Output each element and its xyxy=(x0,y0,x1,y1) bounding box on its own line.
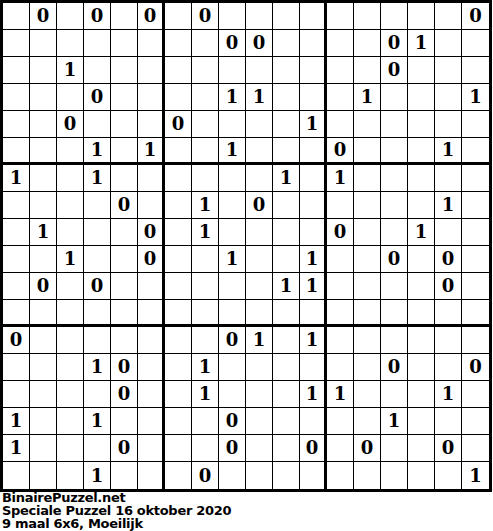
cell-r13c10-given: 1 xyxy=(246,327,273,354)
cell-r16c7-empty[interactable] xyxy=(165,408,192,435)
cell-r17c7-empty[interactable] xyxy=(165,435,192,462)
cell-r10c2-empty[interactable] xyxy=(30,246,57,273)
cell-r1c17-empty[interactable] xyxy=(435,3,462,30)
cell-r17c17-given: 0 xyxy=(435,435,462,462)
cell-r5c14-empty[interactable] xyxy=(354,111,381,138)
cell-r15c9-empty[interactable] xyxy=(219,381,246,408)
cell-r15c5-given: 0 xyxy=(111,381,138,408)
cell-r7c12-empty[interactable] xyxy=(300,165,327,192)
cell-r11c15-empty[interactable] xyxy=(381,273,408,300)
cell-r2c12-empty[interactable] xyxy=(300,30,327,57)
cell-r5c11-empty[interactable] xyxy=(273,111,300,138)
cell-r6c13-given: 0 xyxy=(327,138,354,165)
cell-r14c6-empty[interactable] xyxy=(138,354,165,381)
cell-r18c3-empty[interactable] xyxy=(57,462,84,489)
cell-r13c3-empty[interactable] xyxy=(57,327,84,354)
cell-r17c13-empty[interactable] xyxy=(327,435,354,462)
cell-r10c11-empty[interactable] xyxy=(273,246,300,273)
cell-r10c4-empty[interactable] xyxy=(84,246,111,273)
cell-r10c12-given: 1 xyxy=(300,246,327,273)
cell-r10c9-given: 1 xyxy=(219,246,246,273)
cell-r11c12-given: 1 xyxy=(300,273,327,300)
cell-r16c2-empty[interactable] xyxy=(30,408,57,435)
cell-r7c17-empty[interactable] xyxy=(435,165,462,192)
cell-r8c10-given: 0 xyxy=(246,192,273,219)
cell-r11c6-empty[interactable] xyxy=(138,273,165,300)
cell-r2c9-given: 0 xyxy=(219,30,246,57)
cell-r12c10-empty[interactable] xyxy=(246,300,273,327)
cell-r14c1-empty[interactable] xyxy=(3,354,30,381)
cell-r5c13-empty[interactable] xyxy=(327,111,354,138)
cell-r5c15-empty[interactable] xyxy=(381,111,408,138)
cell-r12c18-empty[interactable] xyxy=(462,300,489,327)
cell-r16c18-empty[interactable] xyxy=(462,408,489,435)
cell-r11c18-empty[interactable] xyxy=(462,273,489,300)
cell-r6c1-empty[interactable] xyxy=(3,138,30,165)
cell-r9c11-empty[interactable] xyxy=(273,219,300,246)
cell-r3c14-empty[interactable] xyxy=(354,57,381,84)
cell-r1c1-empty[interactable] xyxy=(3,3,30,30)
cell-r15c13-given: 1 xyxy=(327,381,354,408)
cell-r7c2-empty[interactable] xyxy=(30,165,57,192)
cell-r13c18-empty[interactable] xyxy=(462,327,489,354)
cell-r15c2-empty[interactable] xyxy=(30,381,57,408)
cell-r14c4-given: 1 xyxy=(84,354,111,381)
cell-r12c13-empty[interactable] xyxy=(327,300,354,327)
cell-r6c14-empty[interactable] xyxy=(354,138,381,165)
cell-r8c9-empty[interactable] xyxy=(219,192,246,219)
cell-r1c15-empty[interactable] xyxy=(381,3,408,30)
binary-puzzle-board: 0000000011001111001111011111010110101101… xyxy=(0,0,492,492)
cell-r4c5-empty[interactable] xyxy=(111,84,138,111)
cell-r3c1-empty[interactable] xyxy=(3,57,30,84)
cell-r8c3-empty[interactable] xyxy=(57,192,84,219)
cell-r14c14-empty[interactable] xyxy=(354,354,381,381)
cell-r11c3-empty[interactable] xyxy=(57,273,84,300)
cell-r9c18-empty[interactable] xyxy=(462,219,489,246)
cell-r3c4-empty[interactable] xyxy=(84,57,111,84)
cell-r7c1-given: 1 xyxy=(3,165,30,192)
cell-r11c5-empty[interactable] xyxy=(111,273,138,300)
cell-r5c4-empty[interactable] xyxy=(84,111,111,138)
cell-r16c3-empty[interactable] xyxy=(57,408,84,435)
cell-r11c8-empty[interactable] xyxy=(192,273,219,300)
cell-r16c17-empty[interactable] xyxy=(435,408,462,435)
cell-r5c6-empty[interactable] xyxy=(138,111,165,138)
cell-r15c16-empty[interactable] xyxy=(408,381,435,408)
cell-r14c3-empty[interactable] xyxy=(57,354,84,381)
cell-r7c8-empty[interactable] xyxy=(192,165,219,192)
cell-r18c11-empty[interactable] xyxy=(273,462,300,489)
cell-r8c11-empty[interactable] xyxy=(273,192,300,219)
cell-r4c11-empty[interactable] xyxy=(273,84,300,111)
cell-r12c14-empty[interactable] xyxy=(354,300,381,327)
cell-r15c3-empty[interactable] xyxy=(57,381,84,408)
cell-r18c14-empty[interactable] xyxy=(354,462,381,489)
cell-r5c5-empty[interactable] xyxy=(111,111,138,138)
cell-r5c17-empty[interactable] xyxy=(435,111,462,138)
cell-r18c13-empty[interactable] xyxy=(327,462,354,489)
cell-r11c16-empty[interactable] xyxy=(408,273,435,300)
cell-r1c12-empty[interactable] xyxy=(300,3,327,30)
cell-r16c5-empty[interactable] xyxy=(111,408,138,435)
cell-r1c13-empty[interactable] xyxy=(327,3,354,30)
cell-r14c17-empty[interactable] xyxy=(435,354,462,381)
cell-r6c17-given: 1 xyxy=(435,138,462,165)
cell-r2c14-empty[interactable] xyxy=(354,30,381,57)
cell-r7c15-empty[interactable] xyxy=(381,165,408,192)
cell-r10c7-empty[interactable] xyxy=(165,246,192,273)
cell-r18c8-given: 0 xyxy=(192,462,219,489)
cell-r18c10-empty[interactable] xyxy=(246,462,273,489)
cell-r3c16-empty[interactable] xyxy=(408,57,435,84)
cell-r11c1-empty[interactable] xyxy=(3,273,30,300)
cell-r15c1-empty[interactable] xyxy=(3,381,30,408)
cell-r9c15-empty[interactable] xyxy=(381,219,408,246)
cell-r17c6-empty[interactable] xyxy=(138,435,165,462)
cell-r15c11-empty[interactable] xyxy=(273,381,300,408)
cell-r7c14-empty[interactable] xyxy=(354,165,381,192)
cell-r3c18-empty[interactable] xyxy=(462,57,489,84)
cell-r14c15-given: 0 xyxy=(381,354,408,381)
cell-r12c15-empty[interactable] xyxy=(381,300,408,327)
cell-r8c4-empty[interactable] xyxy=(84,192,111,219)
cell-r3c6-empty[interactable] xyxy=(138,57,165,84)
cell-r14c12-empty[interactable] xyxy=(300,354,327,381)
cell-r13c17-empty[interactable] xyxy=(435,327,462,354)
cell-r2c7-empty[interactable] xyxy=(165,30,192,57)
cell-r10c18-empty[interactable] xyxy=(462,246,489,273)
cell-r18c6-empty[interactable] xyxy=(138,462,165,489)
cell-r12c9-empty[interactable] xyxy=(219,300,246,327)
cell-r12c5-empty[interactable] xyxy=(111,300,138,327)
cell-r9c6-given: 0 xyxy=(138,219,165,246)
footer: BinairePuzzel.net Speciale Puzzel 16 okt… xyxy=(2,491,491,530)
cell-r16c11-empty[interactable] xyxy=(273,408,300,435)
cell-r14c13-empty[interactable] xyxy=(327,354,354,381)
cell-r7c10-empty[interactable] xyxy=(246,165,273,192)
cell-r3c8-empty[interactable] xyxy=(192,57,219,84)
cell-r17c18-empty[interactable] xyxy=(462,435,489,462)
cell-r8c13-empty[interactable] xyxy=(327,192,354,219)
cell-r7c5-empty[interactable] xyxy=(111,165,138,192)
cell-r18c18-given: 1 xyxy=(462,462,489,489)
cell-r5c18-empty[interactable] xyxy=(462,111,489,138)
cell-r4c7-empty[interactable] xyxy=(165,84,192,111)
cell-r8c18-empty[interactable] xyxy=(462,192,489,219)
cell-r16c6-empty[interactable] xyxy=(138,408,165,435)
cell-r12c3-empty[interactable] xyxy=(57,300,84,327)
cell-r13c13-empty[interactable] xyxy=(327,327,354,354)
cell-r4c16-empty[interactable] xyxy=(408,84,435,111)
cell-r18c5-empty[interactable] xyxy=(111,462,138,489)
cell-r9c4-empty[interactable] xyxy=(84,219,111,246)
cell-r13c5-empty[interactable] xyxy=(111,327,138,354)
cell-r10c14-empty[interactable] xyxy=(354,246,381,273)
cell-r14c18-given: 0 xyxy=(462,354,489,381)
cell-r13c15-empty[interactable] xyxy=(381,327,408,354)
cell-r2c11-empty[interactable] xyxy=(273,30,300,57)
cell-r8c12-empty[interactable] xyxy=(300,192,327,219)
cell-r16c8-empty[interactable] xyxy=(192,408,219,435)
cell-r18c9-empty[interactable] xyxy=(219,462,246,489)
cell-r2c4-empty[interactable] xyxy=(84,30,111,57)
cell-r9c10-empty[interactable] xyxy=(246,219,273,246)
cell-r9c12-empty[interactable] xyxy=(300,219,327,246)
cell-r12c11-empty[interactable] xyxy=(273,300,300,327)
cell-r9c13-given: 0 xyxy=(327,219,354,246)
cell-r6c2-empty[interactable] xyxy=(30,138,57,165)
cell-r17c16-empty[interactable] xyxy=(408,435,435,462)
cell-r16c10-empty[interactable] xyxy=(246,408,273,435)
cell-r15c10-empty[interactable] xyxy=(246,381,273,408)
cell-r17c2-empty[interactable] xyxy=(30,435,57,462)
cell-r5c1-empty[interactable] xyxy=(3,111,30,138)
cell-r9c14-empty[interactable] xyxy=(354,219,381,246)
cell-r10c8-empty[interactable] xyxy=(192,246,219,273)
cell-r16c15-given: 1 xyxy=(381,408,408,435)
cell-r10c13-empty[interactable] xyxy=(327,246,354,273)
cell-r2c3-empty[interactable] xyxy=(57,30,84,57)
cell-r9c3-empty[interactable] xyxy=(57,219,84,246)
cell-r2c2-empty[interactable] xyxy=(30,30,57,57)
cell-r18c1-empty[interactable] xyxy=(3,462,30,489)
cell-r2c5-empty[interactable] xyxy=(111,30,138,57)
cell-r3c2-empty[interactable] xyxy=(30,57,57,84)
cell-r3c10-empty[interactable] xyxy=(246,57,273,84)
cell-r4c13-empty[interactable] xyxy=(327,84,354,111)
cell-r6c16-empty[interactable] xyxy=(408,138,435,165)
cell-r18c7-empty[interactable] xyxy=(165,462,192,489)
cell-r1c10-empty[interactable] xyxy=(246,3,273,30)
cell-r2c13-empty[interactable] xyxy=(327,30,354,57)
cell-r7c16-empty[interactable] xyxy=(408,165,435,192)
cell-r18c2-empty[interactable] xyxy=(30,462,57,489)
cell-r1c8-given: 0 xyxy=(192,3,219,30)
cell-r4c6-empty[interactable] xyxy=(138,84,165,111)
cell-r16c12-empty[interactable] xyxy=(300,408,327,435)
cell-r11c17-given: 0 xyxy=(435,273,462,300)
cell-r17c5-given: 0 xyxy=(111,435,138,462)
cell-r11c14-empty[interactable] xyxy=(354,273,381,300)
cell-r13c6-empty[interactable] xyxy=(138,327,165,354)
cell-r1c14-empty[interactable] xyxy=(354,3,381,30)
cell-r3c13-empty[interactable] xyxy=(327,57,354,84)
cell-r9c16-given: 1 xyxy=(408,219,435,246)
cell-r12c7-empty[interactable] xyxy=(165,300,192,327)
cell-r13c16-empty[interactable] xyxy=(408,327,435,354)
cell-r13c2-empty[interactable] xyxy=(30,327,57,354)
cell-r1c9-empty[interactable] xyxy=(219,3,246,30)
cell-r17c10-empty[interactable] xyxy=(246,435,273,462)
cell-r14c16-empty[interactable] xyxy=(408,354,435,381)
cell-r14c11-empty[interactable] xyxy=(273,354,300,381)
cell-r6c7-empty[interactable] xyxy=(165,138,192,165)
cell-r4c2-empty[interactable] xyxy=(30,84,57,111)
cell-r13c7-empty[interactable] xyxy=(165,327,192,354)
cell-r1c3-empty[interactable] xyxy=(57,3,84,30)
cell-r6c12-empty[interactable] xyxy=(300,138,327,165)
cell-r14c9-empty[interactable] xyxy=(219,354,246,381)
cell-r8c15-empty[interactable] xyxy=(381,192,408,219)
cell-r15c18-empty[interactable] xyxy=(462,381,489,408)
cell-r15c14-empty[interactable] xyxy=(354,381,381,408)
cell-r14c2-empty[interactable] xyxy=(30,354,57,381)
cell-r8c14-empty[interactable] xyxy=(354,192,381,219)
cell-r6c15-empty[interactable] xyxy=(381,138,408,165)
cell-r14c10-empty[interactable] xyxy=(246,354,273,381)
cell-r17c3-empty[interactable] xyxy=(57,435,84,462)
cell-r9c5-empty[interactable] xyxy=(111,219,138,246)
cell-r2c8-empty[interactable] xyxy=(192,30,219,57)
cell-r15c15-empty[interactable] xyxy=(381,381,408,408)
cell-r8c6-empty[interactable] xyxy=(138,192,165,219)
cell-r4c3-empty[interactable] xyxy=(57,84,84,111)
cell-r13c12-given: 1 xyxy=(300,327,327,354)
cell-r12c17-empty[interactable] xyxy=(435,300,462,327)
cell-r4c8-empty[interactable] xyxy=(192,84,219,111)
cell-r1c11-empty[interactable] xyxy=(273,3,300,30)
cell-r1c5-empty[interactable] xyxy=(111,3,138,30)
cell-r4c15-empty[interactable] xyxy=(381,84,408,111)
cell-r12c1-empty[interactable] xyxy=(3,300,30,327)
cell-r16c16-empty[interactable] xyxy=(408,408,435,435)
cell-r16c14-empty[interactable] xyxy=(354,408,381,435)
cell-r2c18-empty[interactable] xyxy=(462,30,489,57)
cell-r17c15-empty[interactable] xyxy=(381,435,408,462)
cell-r11c13-empty[interactable] xyxy=(327,273,354,300)
cell-r13c4-empty[interactable] xyxy=(84,327,111,354)
cell-r8c16-empty[interactable] xyxy=(408,192,435,219)
cell-r6c6-given: 1 xyxy=(138,138,165,165)
cell-r18c17-empty[interactable] xyxy=(435,462,462,489)
cell-r4c1-empty[interactable] xyxy=(3,84,30,111)
cell-r8c7-empty[interactable] xyxy=(165,192,192,219)
cell-r1c7-empty[interactable] xyxy=(165,3,192,30)
cell-r4c14-given: 1 xyxy=(354,84,381,111)
cell-r6c18-empty[interactable] xyxy=(462,138,489,165)
cell-r11c7-empty[interactable] xyxy=(165,273,192,300)
cell-r11c11-given: 1 xyxy=(273,273,300,300)
cell-r12c2-empty[interactable] xyxy=(30,300,57,327)
cell-r10c5-empty[interactable] xyxy=(111,246,138,273)
cell-r3c7-empty[interactable] xyxy=(165,57,192,84)
cell-r13c8-empty[interactable] xyxy=(192,327,219,354)
cell-r8c1-empty[interactable] xyxy=(3,192,30,219)
cell-r14c7-empty[interactable] xyxy=(165,354,192,381)
cell-r5c9-empty[interactable] xyxy=(219,111,246,138)
cell-r2c1-empty[interactable] xyxy=(3,30,30,57)
cell-r1c16-empty[interactable] xyxy=(408,3,435,30)
cell-r18c15-empty[interactable] xyxy=(381,462,408,489)
cell-r15c17-given: 1 xyxy=(435,381,462,408)
cell-r7c6-empty[interactable] xyxy=(138,165,165,192)
cell-r7c18-empty[interactable] xyxy=(462,165,489,192)
cell-r6c10-empty[interactable] xyxy=(246,138,273,165)
cell-r5c3-given: 0 xyxy=(57,111,84,138)
cell-r12c4-empty[interactable] xyxy=(84,300,111,327)
cell-r18c12-empty[interactable] xyxy=(300,462,327,489)
cell-r6c11-empty[interactable] xyxy=(273,138,300,165)
cell-r16c13-empty[interactable] xyxy=(327,408,354,435)
cell-r2c6-empty[interactable] xyxy=(138,30,165,57)
cell-r5c16-empty[interactable] xyxy=(408,111,435,138)
cell-r11c10-empty[interactable] xyxy=(246,273,273,300)
cell-r15c6-empty[interactable] xyxy=(138,381,165,408)
cell-r8c5-given: 0 xyxy=(111,192,138,219)
cell-r4c12-empty[interactable] xyxy=(300,84,327,111)
cell-r11c4-given: 0 xyxy=(84,273,111,300)
cell-r4c18-given: 1 xyxy=(462,84,489,111)
cell-r6c4-given: 1 xyxy=(84,138,111,165)
cell-r5c2-empty[interactable] xyxy=(30,111,57,138)
cell-r3c9-empty[interactable] xyxy=(219,57,246,84)
cell-r5c12-given: 1 xyxy=(300,111,327,138)
cell-r16c1-given: 1 xyxy=(3,408,30,435)
cell-r13c11-empty[interactable] xyxy=(273,327,300,354)
cell-r15c7-empty[interactable] xyxy=(165,381,192,408)
cell-r3c15-given: 0 xyxy=(381,57,408,84)
cell-r6c5-empty[interactable] xyxy=(111,138,138,165)
cell-r12c12-empty[interactable] xyxy=(300,300,327,327)
cell-r4c10-given: 1 xyxy=(246,84,273,111)
cell-r10c1-empty[interactable] xyxy=(3,246,30,273)
cell-r3c3-given: 1 xyxy=(57,57,84,84)
cell-r18c4-given: 1 xyxy=(84,462,111,489)
cell-r17c12-given: 0 xyxy=(300,435,327,462)
cell-r15c12-given: 1 xyxy=(300,381,327,408)
cell-r2c17-empty[interactable] xyxy=(435,30,462,57)
cell-r10c16-empty[interactable] xyxy=(408,246,435,273)
cell-r9c8-given: 1 xyxy=(192,219,219,246)
cell-r13c14-empty[interactable] xyxy=(354,327,381,354)
cell-r12c8-empty[interactable] xyxy=(192,300,219,327)
cell-r17c4-empty[interactable] xyxy=(84,435,111,462)
cell-r3c11-empty[interactable] xyxy=(273,57,300,84)
cell-r17c9-given: 0 xyxy=(219,435,246,462)
cell-r9c17-empty[interactable] xyxy=(435,219,462,246)
cell-r3c5-empty[interactable] xyxy=(111,57,138,84)
cell-r7c3-empty[interactable] xyxy=(57,165,84,192)
cell-r10c10-empty[interactable] xyxy=(246,246,273,273)
cell-r17c8-empty[interactable] xyxy=(192,435,219,462)
cell-r7c9-empty[interactable] xyxy=(219,165,246,192)
cell-r18c16-empty[interactable] xyxy=(408,462,435,489)
cell-r9c7-empty[interactable] xyxy=(165,219,192,246)
cell-r17c11-empty[interactable] xyxy=(273,435,300,462)
cell-r12c6-empty[interactable] xyxy=(138,300,165,327)
cell-r6c8-empty[interactable] xyxy=(192,138,219,165)
cell-r5c10-empty[interactable] xyxy=(246,111,273,138)
cell-r6c3-empty[interactable] xyxy=(57,138,84,165)
cell-r9c9-empty[interactable] xyxy=(219,219,246,246)
cell-r17c14-given: 0 xyxy=(354,435,381,462)
cell-r12c16-empty[interactable] xyxy=(408,300,435,327)
cell-r3c12-empty[interactable] xyxy=(300,57,327,84)
cell-r11c2-given: 0 xyxy=(30,273,57,300)
cell-r8c17-given: 1 xyxy=(435,192,462,219)
cell-r9c1-empty[interactable] xyxy=(3,219,30,246)
cell-r3c17-empty[interactable] xyxy=(435,57,462,84)
cell-r5c8-empty[interactable] xyxy=(192,111,219,138)
footer-puzzle-subtitle: 9 maal 6x6, Moeilijk xyxy=(2,517,491,530)
cell-r15c4-empty[interactable] xyxy=(84,381,111,408)
cell-r11c9-empty[interactable] xyxy=(219,273,246,300)
cell-r8c2-empty[interactable] xyxy=(30,192,57,219)
cell-r4c17-empty[interactable] xyxy=(435,84,462,111)
cell-r7c7-empty[interactable] xyxy=(165,165,192,192)
cell-r2c16-given: 1 xyxy=(408,30,435,57)
